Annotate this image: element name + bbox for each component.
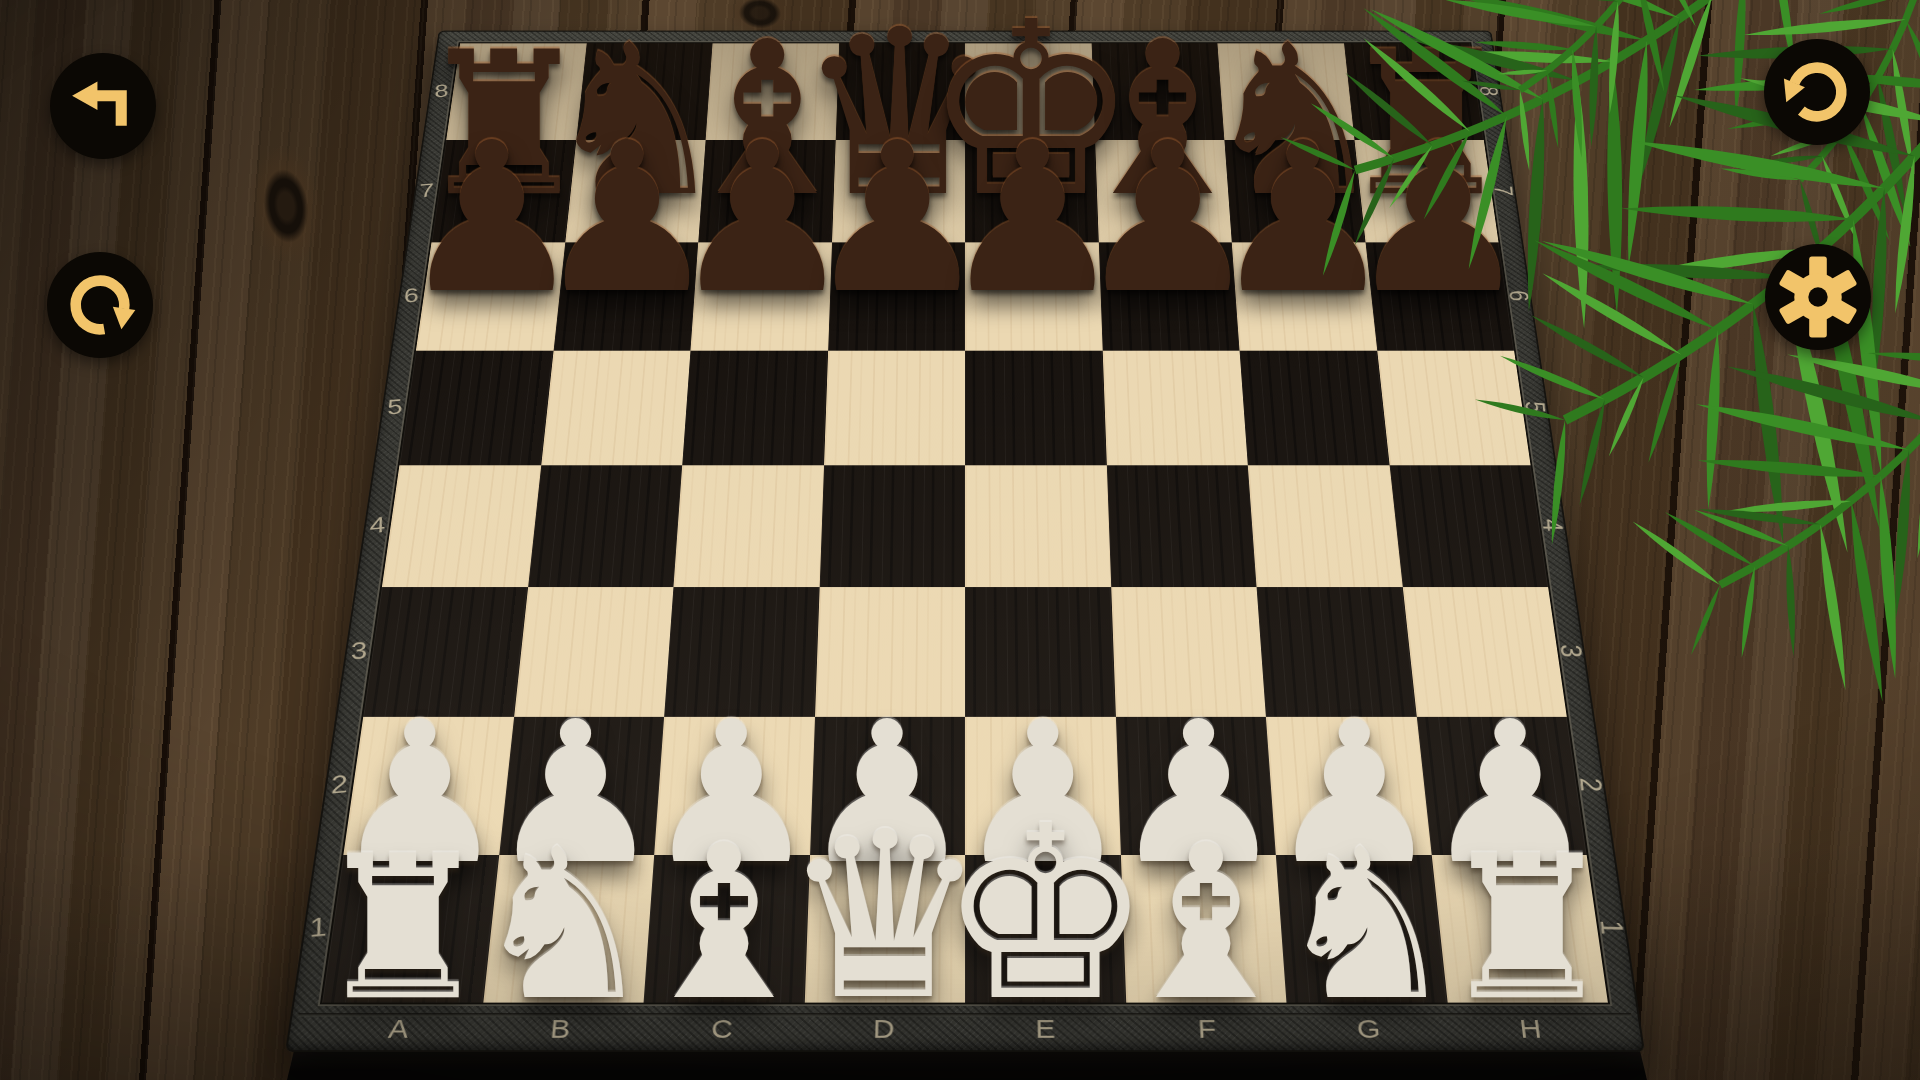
piece-black-pawn-h7[interactable]: ♟ [1345, 114, 1531, 321]
square-d5[interactable] [824, 351, 965, 466]
restart-button[interactable] [1764, 39, 1870, 145]
piece-white-rook-h1[interactable]: ♜ [1438, 829, 1616, 1027]
square-d4[interactable] [819, 465, 965, 587]
square-g4[interactable] [1248, 465, 1403, 587]
square-b4[interactable] [528, 465, 683, 587]
rank-label-3: 3 [1490, 638, 1652, 665]
square-f4[interactable] [1106, 465, 1256, 587]
square-b5[interactable] [541, 351, 691, 466]
square-c4[interactable] [673, 465, 823, 587]
square-f5[interactable] [1102, 351, 1248, 466]
rank-label-5: 5 [381, 350, 408, 466]
square-e5[interactable] [965, 351, 1106, 466]
rotate-clockwise-icon [57, 262, 143, 348]
rank-label-5: 5 [1459, 395, 1612, 419]
square-c5[interactable] [682, 351, 828, 466]
rank-label-4: 4 [363, 465, 391, 588]
undo-button[interactable] [50, 53, 156, 159]
chess-app-screen: { "game": "chess", "position": { "fen": … [0, 0, 1920, 1080]
square-e4[interactable] [965, 465, 1111, 587]
rotate-counterclockwise-icon [1774, 49, 1860, 135]
square-g5[interactable] [1240, 351, 1390, 466]
turn-left-arrow-icon [61, 64, 145, 148]
wood-knot [226, 117, 346, 296]
piece-white-rook-a1[interactable]: ♜ [314, 829, 492, 1027]
square-a4[interactable] [382, 465, 541, 587]
gear-icon [1774, 253, 1862, 341]
rank-label-4: 4 [1474, 513, 1631, 538]
piece-white-knight-g1[interactable]: ♞ [1273, 821, 1459, 1029]
rotate-board-button[interactable] [47, 252, 153, 358]
square-a5[interactable] [399, 351, 553, 466]
settings-button[interactable] [1765, 244, 1871, 350]
